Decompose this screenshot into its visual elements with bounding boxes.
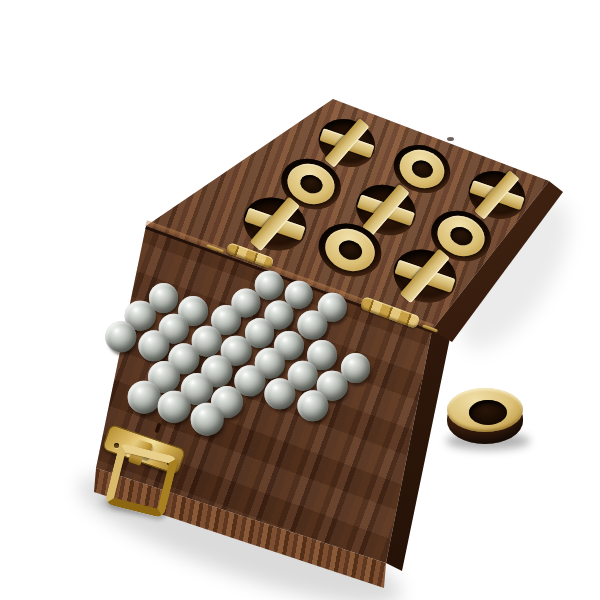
marble-r7c5[interactable] [191, 403, 224, 436]
marble-r7c3[interactable] [128, 381, 161, 414]
wood-knot [447, 137, 454, 141]
o-piece-hole [409, 157, 435, 180]
o-piece-hole [336, 237, 365, 263]
o-piece-hole [447, 223, 474, 247]
o-piece-hole [297, 171, 324, 195]
marble-r7c4[interactable] [158, 390, 191, 423]
spare-o-piece-hole [469, 400, 507, 425]
game-box-scene [0, 0, 600, 600]
marble-r1c3[interactable] [255, 271, 284, 300]
